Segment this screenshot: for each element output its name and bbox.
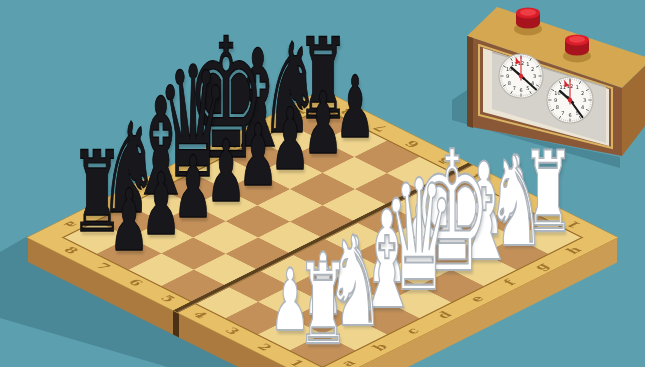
svg-text:7: 7 (513, 85, 516, 91)
clock-front-left-shade (467, 36, 473, 128)
svg-text:6: 6 (519, 87, 522, 93)
svg-text:5: 5 (526, 85, 529, 91)
svg-text:3: 3 (533, 73, 536, 79)
chess-clock: 123456789101112 123456789101112 (0, 0, 645, 367)
svg-text:9: 9 (554, 97, 557, 103)
svg-text:7: 7 (561, 110, 564, 116)
svg-text:8: 8 (508, 80, 511, 86)
illustration-stage: 87654321 87654321 hgfedcba hgfedcba ♜♞♝♛… (0, 0, 645, 367)
svg-text:8: 8 (556, 104, 559, 110)
svg-text:4: 4 (581, 104, 584, 110)
svg-text:1: 1 (526, 61, 529, 67)
svg-text:6: 6 (568, 112, 571, 118)
clock-dial-right: 123456789101112 (547, 77, 593, 123)
svg-text:2: 2 (531, 66, 534, 72)
svg-text:9: 9 (506, 73, 509, 79)
svg-text:1: 1 (576, 84, 579, 90)
clock-button-left[interactable] (514, 8, 542, 36)
svg-text:3: 3 (583, 97, 586, 103)
clock-button-right[interactable] (563, 35, 591, 63)
clock-dial-left: 123456789101112 (499, 54, 543, 98)
svg-text:2: 2 (581, 90, 584, 96)
